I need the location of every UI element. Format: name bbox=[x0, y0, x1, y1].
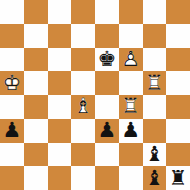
square-f4[interactable]: ♜♖ bbox=[119, 95, 143, 119]
square-h7[interactable] bbox=[166, 24, 190, 48]
square-b3[interactable] bbox=[24, 119, 48, 143]
square-g8[interactable] bbox=[143, 0, 167, 24]
square-b1[interactable] bbox=[24, 166, 48, 190]
square-c8[interactable] bbox=[48, 0, 72, 24]
square-a2[interactable] bbox=[0, 143, 24, 167]
square-d6[interactable] bbox=[71, 48, 95, 72]
square-d3[interactable] bbox=[71, 119, 95, 143]
white-king-outline-icon: ♔ bbox=[0, 71, 24, 95]
square-b6[interactable] bbox=[24, 48, 48, 72]
square-d5[interactable] bbox=[71, 71, 95, 95]
black-pawn-icon: ♟ bbox=[119, 119, 143, 143]
white-king-icon: ♚ bbox=[0, 71, 24, 95]
square-a3[interactable]: ♟ bbox=[0, 119, 24, 143]
black-rook-icon: ♜ bbox=[166, 166, 190, 190]
white-bishop-outline-icon: ♗ bbox=[71, 95, 95, 119]
square-c3[interactable] bbox=[48, 119, 72, 143]
white-bishop-icon: ♝ bbox=[71, 95, 95, 119]
square-b4[interactable] bbox=[24, 95, 48, 119]
square-h2[interactable] bbox=[166, 143, 190, 167]
square-f1[interactable] bbox=[119, 166, 143, 190]
square-g5[interactable]: ♜♖ bbox=[143, 71, 167, 95]
square-h4[interactable] bbox=[166, 95, 190, 119]
square-f3[interactable]: ♟ bbox=[119, 119, 143, 143]
square-e6[interactable]: ♚ bbox=[95, 48, 119, 72]
square-f2[interactable] bbox=[119, 143, 143, 167]
square-c6[interactable] bbox=[48, 48, 72, 72]
square-e5[interactable] bbox=[95, 71, 119, 95]
square-d2[interactable] bbox=[71, 143, 95, 167]
square-e8[interactable] bbox=[95, 0, 119, 24]
black-bishop-icon: ♝ bbox=[143, 143, 167, 167]
square-f7[interactable] bbox=[119, 24, 143, 48]
square-f8[interactable] bbox=[119, 0, 143, 24]
square-g7[interactable] bbox=[143, 24, 167, 48]
white-rook-outline-icon: ♖ bbox=[119, 95, 143, 119]
square-d4[interactable]: ♝♗ bbox=[71, 95, 95, 119]
square-a6[interactable] bbox=[0, 48, 24, 72]
square-d8[interactable] bbox=[71, 0, 95, 24]
square-c2[interactable] bbox=[48, 143, 72, 167]
white-rook-icon: ♜ bbox=[143, 71, 167, 95]
square-a7[interactable] bbox=[0, 24, 24, 48]
square-b5[interactable] bbox=[24, 71, 48, 95]
black-pawn-icon: ♟ bbox=[95, 119, 119, 143]
square-a1[interactable] bbox=[0, 166, 24, 190]
square-h3[interactable] bbox=[166, 119, 190, 143]
square-g3[interactable] bbox=[143, 119, 167, 143]
white-rook-icon: ♜ bbox=[119, 95, 143, 119]
black-bishop-icon: ♝ bbox=[143, 166, 167, 190]
square-g1[interactable]: ♝ bbox=[143, 166, 167, 190]
square-g6[interactable] bbox=[143, 48, 167, 72]
square-c5[interactable] bbox=[48, 71, 72, 95]
square-b8[interactable] bbox=[24, 0, 48, 24]
square-c7[interactable] bbox=[48, 24, 72, 48]
square-e2[interactable] bbox=[95, 143, 119, 167]
black-pawn-icon: ♟ bbox=[0, 119, 24, 143]
square-h6[interactable] bbox=[166, 48, 190, 72]
square-e1[interactable] bbox=[95, 166, 119, 190]
square-a5[interactable]: ♚♔ bbox=[0, 71, 24, 95]
square-h1[interactable]: ♜ bbox=[166, 166, 190, 190]
square-d7[interactable] bbox=[71, 24, 95, 48]
square-e4[interactable] bbox=[95, 95, 119, 119]
square-e7[interactable] bbox=[95, 24, 119, 48]
white-pawn-icon: ♟ bbox=[119, 48, 143, 72]
square-f6[interactable]: ♟♙ bbox=[119, 48, 143, 72]
square-b7[interactable] bbox=[24, 24, 48, 48]
white-pawn-outline-icon: ♙ bbox=[119, 48, 143, 72]
black-king-icon: ♚ bbox=[95, 48, 119, 72]
square-e3[interactable]: ♟ bbox=[95, 119, 119, 143]
square-c1[interactable] bbox=[48, 166, 72, 190]
square-b2[interactable] bbox=[24, 143, 48, 167]
square-f5[interactable] bbox=[119, 71, 143, 95]
chess-board: ♚♟♙♚♔♜♖♝♗♜♖♟♟♟♝♝♜ bbox=[0, 0, 190, 190]
square-d1[interactable] bbox=[71, 166, 95, 190]
white-rook-outline-icon: ♖ bbox=[143, 71, 167, 95]
square-h8[interactable] bbox=[166, 0, 190, 24]
square-a8[interactable] bbox=[0, 0, 24, 24]
square-g4[interactable] bbox=[143, 95, 167, 119]
square-h5[interactable] bbox=[166, 71, 190, 95]
square-g2[interactable]: ♝ bbox=[143, 143, 167, 167]
square-c4[interactable] bbox=[48, 95, 72, 119]
square-a4[interactable] bbox=[0, 95, 24, 119]
